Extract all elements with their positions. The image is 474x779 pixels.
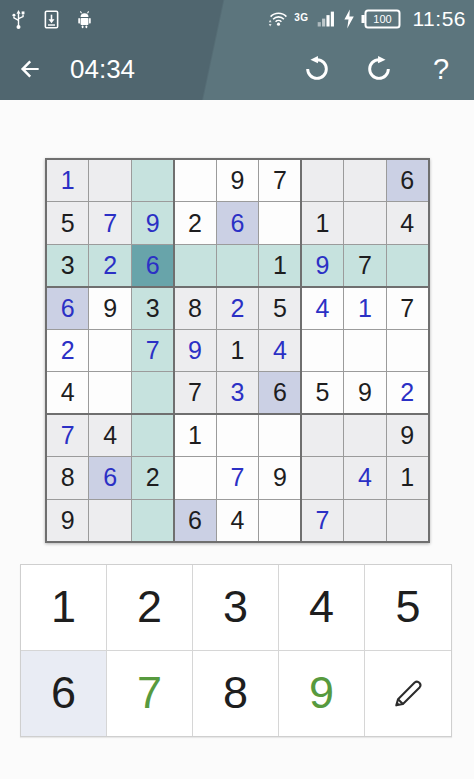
cell-r9c1[interactable]: 9 (47, 500, 88, 541)
cell-r5c4[interactable]: 9 (174, 330, 215, 371)
cell-r8c2[interactable]: 6 (89, 457, 130, 498)
header: 3G 100 11:56 (0, 0, 474, 100)
cell-r7c9[interactable]: 9 (387, 415, 428, 456)
undo-button[interactable] (300, 52, 334, 86)
cell-r1c9[interactable]: 6 (387, 160, 428, 201)
cell-r1c2[interactable] (89, 160, 130, 201)
cell-r6c5[interactable]: 3 (217, 372, 258, 413)
charging-bolt-icon (343, 9, 355, 29)
battery-icon: 100 (361, 9, 401, 29)
cell-r2c5[interactable]: 6 (217, 202, 258, 243)
key-1[interactable]: 1 (21, 565, 107, 651)
cell-r4c9[interactable]: 7 (387, 287, 428, 328)
cell-r3c2[interactable]: 2 (89, 245, 130, 286)
cell-r6c2[interactable] (89, 372, 130, 413)
cell-r8c4[interactable] (174, 457, 215, 498)
cell-r5c8[interactable] (344, 330, 385, 371)
cell-r5c3[interactable]: 7 (132, 330, 173, 371)
android-icon (74, 9, 95, 30)
cell-r3c1[interactable]: 3 (47, 245, 88, 286)
cell-r4c8[interactable]: 1 (344, 287, 385, 328)
cell-r7c5[interactable] (217, 415, 258, 456)
key-4[interactable]: 4 (279, 565, 365, 651)
battery-level-text: 100 (373, 13, 391, 25)
cell-r5c6[interactable]: 4 (259, 330, 300, 371)
back-arrow-icon (17, 56, 43, 82)
key-5[interactable]: 5 (365, 565, 451, 651)
key-3[interactable]: 3 (193, 565, 279, 651)
cell-r4c6[interactable]: 5 (259, 287, 300, 328)
cell-r1c3[interactable] (132, 160, 173, 201)
cell-r9c9[interactable] (387, 500, 428, 541)
game-timer: 04:34 (70, 54, 135, 85)
cell-r3c9[interactable] (387, 245, 428, 286)
cell-r3c7[interactable]: 9 (302, 245, 343, 286)
cell-r1c4[interactable] (174, 160, 215, 201)
cell-r9c5[interactable]: 4 (217, 500, 258, 541)
cell-r4c3[interactable]: 3 (132, 287, 173, 328)
cell-r6c6[interactable]: 6 (259, 372, 300, 413)
cell-r5c7[interactable] (302, 330, 343, 371)
key-pencil[interactable] (365, 651, 451, 737)
cell-r2c6[interactable] (259, 202, 300, 243)
cell-r5c1[interactable]: 2 (47, 330, 88, 371)
key-8[interactable]: 8 (193, 651, 279, 737)
network-type-label: 3G (294, 12, 308, 23)
cell-r6c9[interactable]: 2 (387, 372, 428, 413)
cell-r4c5[interactable]: 2 (217, 287, 258, 328)
cell-r9c7[interactable]: 7 (302, 500, 343, 541)
cell-r4c1[interactable]: 6 (47, 287, 88, 328)
cell-r7c8[interactable] (344, 415, 385, 456)
back-button[interactable] (16, 55, 44, 83)
cell-r3c4[interactable] (174, 245, 215, 286)
cell-r7c4[interactable]: 1 (174, 415, 215, 456)
number-pad: 123456789 (20, 564, 452, 737)
cell-r2c2[interactable]: 7 (89, 202, 130, 243)
cell-r6c8[interactable]: 9 (344, 372, 385, 413)
cell-r2c8[interactable] (344, 202, 385, 243)
key-2[interactable]: 2 (107, 565, 193, 651)
status-bar-right-icons: 3G 100 11:56 (267, 7, 466, 31)
cell-r7c7[interactable] (302, 415, 343, 456)
cell-r8c5[interactable]: 7 (217, 457, 258, 498)
cell-r2c3[interactable]: 9 (132, 202, 173, 243)
cell-r9c6[interactable] (259, 500, 300, 541)
redo-icon (365, 55, 393, 83)
cell-r4c2[interactable]: 9 (89, 287, 130, 328)
cell-r3c5[interactable] (217, 245, 258, 286)
status-bar-left-icons (8, 9, 95, 30)
redo-button[interactable] (362, 52, 396, 86)
cell-r6c4[interactable]: 7 (174, 372, 215, 413)
status-bar: 3G 100 11:56 (0, 0, 474, 38)
cell-r5c2[interactable] (89, 330, 130, 371)
cell-r8c3[interactable]: 2 (132, 457, 173, 498)
cell-r7c3[interactable] (132, 415, 173, 456)
cell-r1c6[interactable]: 7 (259, 160, 300, 201)
undo-icon (303, 55, 331, 83)
cell-r3c8[interactable]: 7 (344, 245, 385, 286)
cell-r8c8[interactable]: 4 (344, 457, 385, 498)
cell-r1c5[interactable]: 9 (217, 160, 258, 201)
cell-r7c1[interactable]: 7 (47, 415, 88, 456)
cell-r1c7[interactable] (302, 160, 343, 201)
wifi-icon (267, 8, 290, 30)
cell-r4c4[interactable]: 8 (174, 287, 215, 328)
cell-r9c4[interactable]: 6 (174, 500, 215, 541)
cell-r1c1[interactable]: 1 (47, 160, 88, 201)
key-7[interactable]: 7 (107, 651, 193, 737)
cell-r9c8[interactable] (344, 500, 385, 541)
signal-strength-icon (315, 9, 337, 30)
cell-r2c1[interactable]: 5 (47, 202, 88, 243)
cell-r6c3[interactable] (132, 372, 173, 413)
cell-r3c3[interactable]: 6 (132, 245, 173, 286)
cell-r8c7[interactable] (302, 457, 343, 498)
key-6[interactable]: 6 (21, 651, 107, 737)
sudoku-board: 1976579261432619769382541727914473659274… (45, 158, 430, 543)
cell-r6c1[interactable]: 4 (47, 372, 88, 413)
cell-r3c6[interactable]: 1 (259, 245, 300, 286)
cell-r2c9[interactable]: 4 (387, 202, 428, 243)
cell-r6c7[interactable]: 5 (302, 372, 343, 413)
key-9[interactable]: 9 (279, 651, 365, 737)
usb-icon (8, 9, 29, 30)
cell-r1c8[interactable] (344, 160, 385, 201)
cell-r8c1[interactable]: 8 (47, 457, 88, 498)
cell-r5c5[interactable]: 1 (217, 330, 258, 371)
cell-r4c7[interactable]: 4 (302, 287, 343, 328)
cell-r7c2[interactable]: 4 (89, 415, 130, 456)
cell-r9c3[interactable] (132, 500, 173, 541)
cell-r8c6[interactable]: 9 (259, 457, 300, 498)
help-button[interactable]: ? (424, 52, 458, 86)
download-icon (41, 9, 62, 30)
status-clock: 11:56 (413, 7, 467, 31)
cell-r2c7[interactable]: 1 (302, 202, 343, 243)
toolbar: 04:34 ? (0, 38, 474, 100)
cell-r9c2[interactable] (89, 500, 130, 541)
cell-r8c9[interactable]: 1 (387, 457, 428, 498)
cell-r5c9[interactable] (387, 330, 428, 371)
pencil-icon (389, 674, 427, 712)
cell-r7c6[interactable] (259, 415, 300, 456)
cell-r2c4[interactable]: 2 (174, 202, 215, 243)
